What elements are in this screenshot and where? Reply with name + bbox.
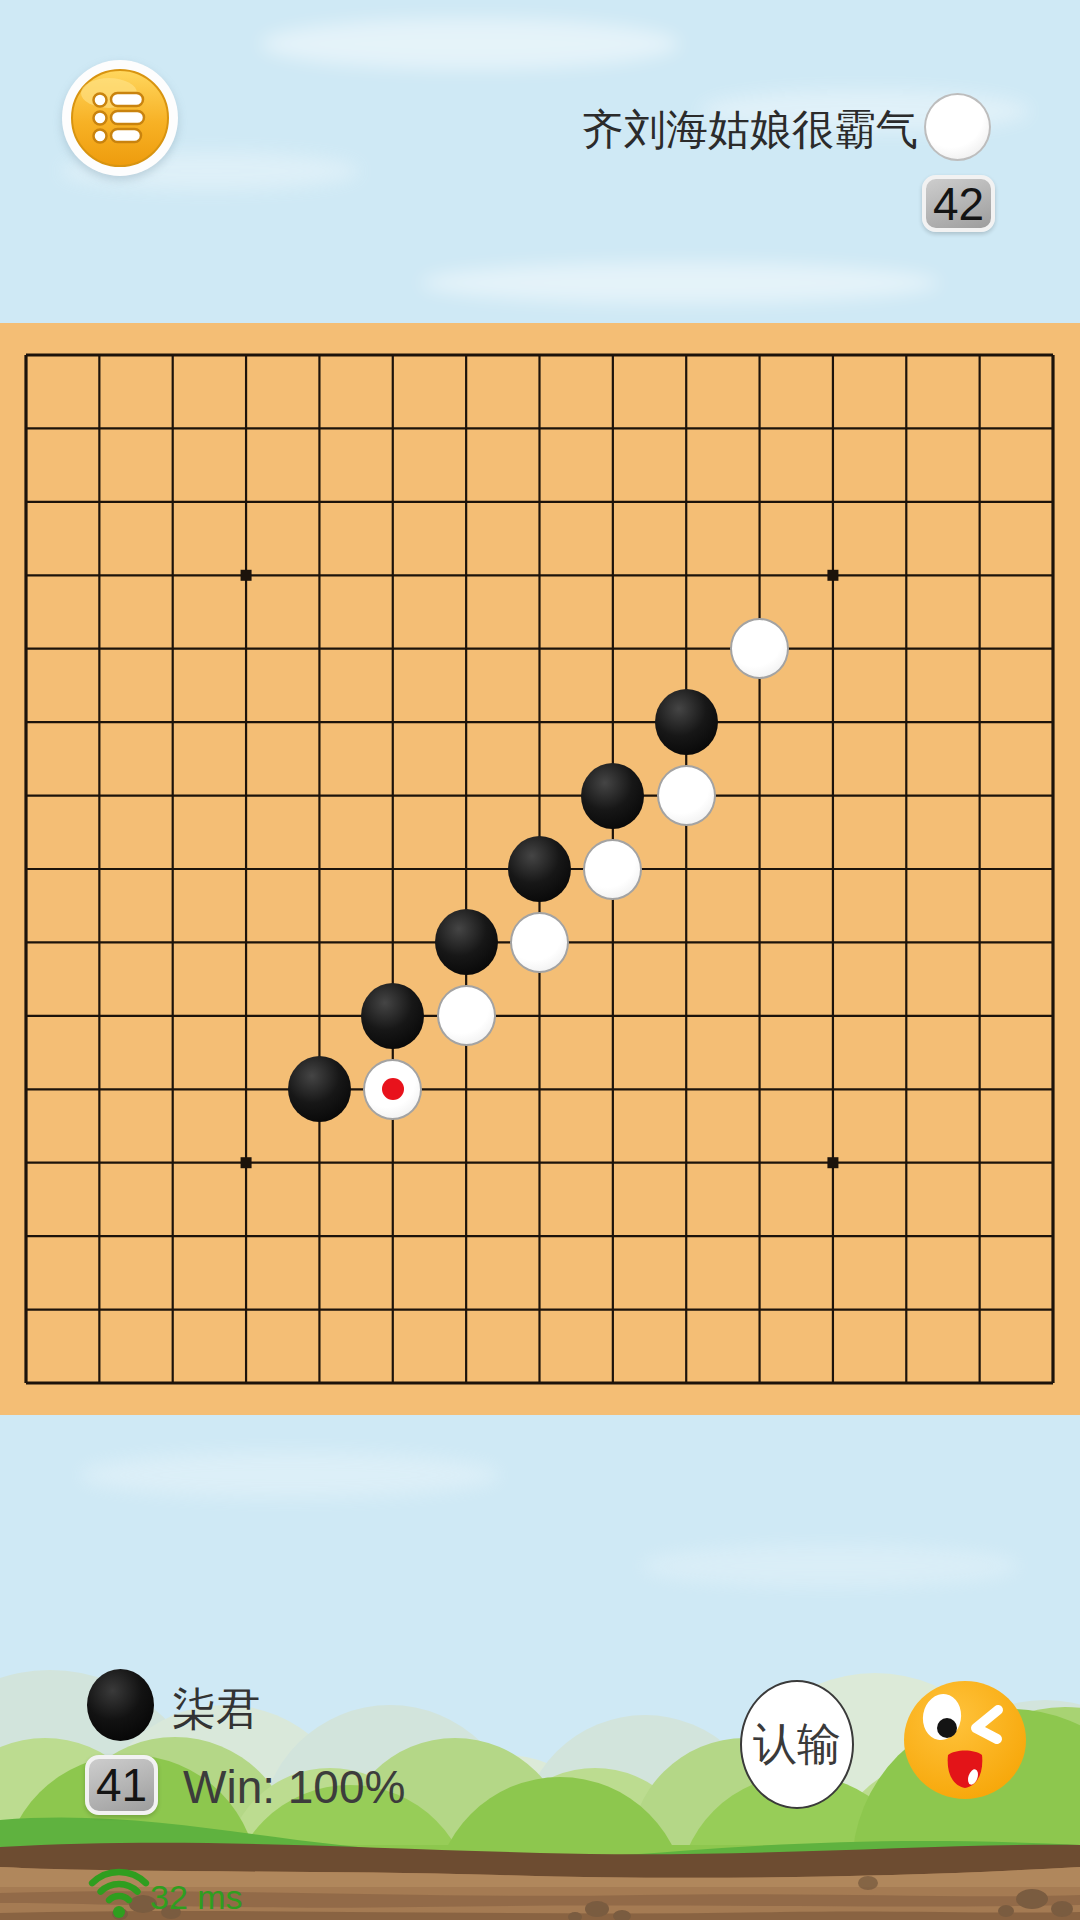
star-point bbox=[827, 1157, 838, 1168]
cloud bbox=[260, 18, 680, 70]
stone-black-H8 bbox=[508, 836, 571, 902]
last-move-marker bbox=[382, 1078, 404, 1100]
landscape-graphic bbox=[0, 1415, 1080, 1920]
stone-white-F5 bbox=[363, 1059, 422, 1120]
star-point bbox=[827, 570, 838, 581]
stone-white-J9 bbox=[657, 765, 716, 826]
player-stone-black-icon bbox=[87, 1669, 154, 1741]
game-screen: 齐刘海姑娘很霸气 42 bbox=[0, 0, 1080, 1920]
stone-black-G7 bbox=[435, 909, 498, 975]
resign-button[interactable]: 认输 bbox=[740, 1680, 854, 1809]
opponent-stone-white-icon bbox=[924, 93, 991, 161]
opponent-timer-badge: 42 bbox=[922, 175, 995, 232]
stone-black-J10 bbox=[655, 689, 718, 755]
latency-text: 32 ms bbox=[150, 1878, 243, 1917]
wifi-icon bbox=[86, 1856, 154, 1920]
wink-tongue-emoji-icon bbox=[903, 1680, 1027, 1801]
stone-black-I9 bbox=[581, 763, 644, 829]
menu-button[interactable] bbox=[62, 60, 178, 176]
resign-button-label: 认输 bbox=[753, 1715, 841, 1774]
stone-white-I8 bbox=[583, 839, 642, 900]
player-timer-badge: 41 bbox=[85, 1755, 158, 1815]
emoji-button[interactable] bbox=[903, 1680, 1027, 1801]
gomoku-board[interactable] bbox=[0, 323, 1080, 1415]
player-name: 柒君 bbox=[172, 1680, 260, 1739]
stone-white-H7 bbox=[510, 912, 569, 973]
stone-black-F6 bbox=[361, 983, 424, 1049]
menu-list-icon bbox=[62, 60, 178, 176]
star-point bbox=[241, 1157, 252, 1168]
stone-black-E5 bbox=[288, 1056, 351, 1122]
stone-white-G6 bbox=[437, 985, 496, 1046]
stone-white-K11 bbox=[730, 618, 789, 679]
win-rate-text: Win: 100% bbox=[183, 1760, 405, 1814]
cloud bbox=[420, 262, 940, 304]
opponent-name: 齐刘海姑娘很霸气 bbox=[582, 102, 918, 158]
star-point bbox=[241, 570, 252, 581]
